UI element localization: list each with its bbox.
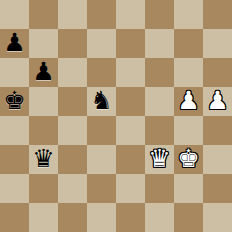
square-h2[interactable] [203, 174, 232, 203]
square-b4[interactable] [29, 116, 58, 145]
square-a1[interactable] [0, 203, 29, 232]
square-a2[interactable] [0, 174, 29, 203]
black-pawn[interactable]: ♟ [3, 28, 25, 57]
black-king[interactable]: ♚ [3, 86, 25, 115]
square-c3[interactable] [58, 145, 87, 174]
square-g1[interactable] [174, 203, 203, 232]
square-c5[interactable] [58, 87, 87, 116]
square-d7[interactable] [87, 29, 116, 58]
square-c6[interactable] [58, 58, 87, 87]
square-b1[interactable] [29, 203, 58, 232]
square-g2[interactable] [174, 174, 203, 203]
square-b5[interactable] [29, 87, 58, 116]
square-h6[interactable] [203, 58, 232, 87]
square-b7[interactable] [29, 29, 58, 58]
square-f7[interactable] [145, 29, 174, 58]
black-queen[interactable]: ♛ [32, 144, 54, 173]
square-a7[interactable]: ♟ [0, 29, 29, 58]
square-a6[interactable] [0, 58, 29, 87]
square-b8[interactable] [29, 0, 58, 29]
square-h4[interactable] [203, 116, 232, 145]
square-g7[interactable] [174, 29, 203, 58]
square-d6[interactable] [87, 58, 116, 87]
square-g5[interactable]: ♟ [174, 87, 203, 116]
square-d5[interactable]: ♞ [87, 87, 116, 116]
square-e3[interactable] [116, 145, 145, 174]
square-h7[interactable] [203, 29, 232, 58]
square-f5[interactable] [145, 87, 174, 116]
square-f8[interactable] [145, 0, 174, 29]
square-b3[interactable]: ♛ [29, 145, 58, 174]
square-c8[interactable] [58, 0, 87, 29]
square-e2[interactable] [116, 174, 145, 203]
square-h1[interactable] [203, 203, 232, 232]
square-d8[interactable] [87, 0, 116, 29]
white-king[interactable]: ♚ [177, 144, 199, 173]
square-a4[interactable] [0, 116, 29, 145]
square-e7[interactable] [116, 29, 145, 58]
white-pawn[interactable]: ♟ [177, 86, 199, 115]
square-c1[interactable] [58, 203, 87, 232]
square-f3[interactable]: ♛ [145, 145, 174, 174]
square-c4[interactable] [58, 116, 87, 145]
square-e4[interactable] [116, 116, 145, 145]
square-g3[interactable]: ♚ [174, 145, 203, 174]
square-f2[interactable] [145, 174, 174, 203]
square-g4[interactable] [174, 116, 203, 145]
square-f1[interactable] [145, 203, 174, 232]
square-f6[interactable] [145, 58, 174, 87]
chess-board: ♟♟♚♞♟♟♛♛♚ [0, 0, 232, 232]
square-e5[interactable] [116, 87, 145, 116]
square-c7[interactable] [58, 29, 87, 58]
square-d4[interactable] [87, 116, 116, 145]
square-c2[interactable] [58, 174, 87, 203]
black-knight[interactable]: ♞ [90, 86, 112, 115]
square-b2[interactable] [29, 174, 58, 203]
square-g8[interactable] [174, 0, 203, 29]
square-d1[interactable] [87, 203, 116, 232]
square-e1[interactable] [116, 203, 145, 232]
square-d3[interactable] [87, 145, 116, 174]
square-a8[interactable] [0, 0, 29, 29]
square-d2[interactable] [87, 174, 116, 203]
black-pawn[interactable]: ♟ [32, 57, 54, 86]
square-h8[interactable] [203, 0, 232, 29]
white-queen[interactable]: ♛ [148, 144, 170, 173]
white-pawn[interactable]: ♟ [206, 86, 228, 115]
square-e8[interactable] [116, 0, 145, 29]
square-f4[interactable] [145, 116, 174, 145]
square-a5[interactable]: ♚ [0, 87, 29, 116]
square-g6[interactable] [174, 58, 203, 87]
square-a3[interactable] [0, 145, 29, 174]
square-h5[interactable]: ♟ [203, 87, 232, 116]
square-h3[interactable] [203, 145, 232, 174]
square-e6[interactable] [116, 58, 145, 87]
square-b6[interactable]: ♟ [29, 58, 58, 87]
